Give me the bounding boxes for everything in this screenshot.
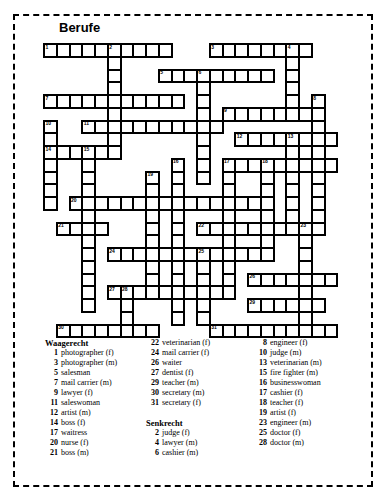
grid-cell[interactable] [44, 133, 57, 146]
blocked-cell [146, 133, 159, 146]
grid-cell[interactable] [312, 121, 325, 134]
grid-cell[interactable] [312, 325, 325, 338]
grid-cell[interactable] [235, 197, 248, 210]
grid-cell[interactable] [146, 286, 159, 299]
grid-cell[interactable] [133, 248, 146, 261]
grid-cell[interactable] [312, 133, 325, 146]
blocked-cell [82, 82, 95, 95]
grid-cell[interactable] [312, 299, 325, 312]
grid-cell[interactable] [146, 274, 159, 287]
blocked-cell [133, 235, 146, 248]
grid-cell[interactable] [172, 274, 185, 287]
grid-cell[interactable] [172, 95, 185, 108]
blocked-cell [184, 299, 197, 312]
grid-cell[interactable] [121, 325, 134, 338]
grid-cell[interactable] [223, 44, 236, 57]
grid-cell[interactable] [299, 312, 312, 325]
grid-cell[interactable] [325, 274, 338, 287]
grid-cell[interactable] [223, 223, 236, 236]
grid-cell[interactable] [82, 172, 95, 185]
grid-cell[interactable] [197, 146, 210, 159]
grid-cell[interactable] [82, 159, 95, 172]
grid-cell[interactable] [261, 210, 274, 223]
grid-cell[interactable] [95, 146, 108, 159]
blocked-cell [172, 133, 185, 146]
blocked-cell [261, 286, 274, 299]
grid-cell[interactable]: 29 [248, 299, 261, 312]
clue-text: dentist (f) [162, 368, 193, 378]
grid-cell[interactable] [82, 274, 95, 287]
blocked-cell [121, 261, 134, 274]
grid-cell[interactable] [261, 108, 274, 121]
grid-cell[interactable] [261, 184, 274, 197]
grid-cell[interactable] [312, 197, 325, 210]
grid-cell[interactable] [133, 286, 146, 299]
grid-cell[interactable] [312, 108, 325, 121]
grid-cell[interactable] [121, 248, 134, 261]
grid-cell[interactable] [146, 197, 159, 210]
blocked-cell [133, 172, 146, 185]
grid-cell[interactable] [312, 146, 325, 159]
grid-cell[interactable]: 27 [108, 286, 121, 299]
down-clue-19: 19artist (f) [254, 408, 364, 418]
grid-cell[interactable] [261, 248, 274, 261]
grid-cell[interactable] [274, 274, 287, 287]
cell-number: 27 [109, 287, 115, 292]
grid-cell[interactable] [146, 235, 159, 248]
grid-cell[interactable] [82, 223, 95, 236]
grid-cell[interactable] [223, 184, 236, 197]
grid-cell[interactable] [286, 325, 299, 338]
grid-cell[interactable] [274, 133, 287, 146]
grid-cell[interactable] [274, 299, 287, 312]
grid-cell[interactable]: 14 [44, 146, 57, 159]
grid-cell[interactable] [312, 172, 325, 185]
grid-cell[interactable]: 17 [223, 159, 236, 172]
blocked-cell [274, 286, 287, 299]
grid-cell[interactable] [299, 44, 312, 57]
grid-cell[interactable] [95, 121, 108, 134]
grid-cell[interactable] [44, 197, 57, 210]
grid-cell[interactable] [159, 95, 172, 108]
grid-cell[interactable] [299, 261, 312, 274]
grid-cell[interactable] [121, 299, 134, 312]
grid-cell[interactable] [248, 223, 261, 236]
blocked-cell [325, 95, 338, 108]
grid-cell[interactable]: 10 [44, 121, 57, 134]
grid-cell[interactable] [146, 95, 159, 108]
grid-cell[interactable] [274, 325, 287, 338]
grid-cell[interactable] [159, 44, 172, 57]
grid-cell[interactable] [82, 248, 95, 261]
grid-cell[interactable]: 18 [261, 159, 274, 172]
grid-cell[interactable] [197, 312, 210, 325]
grid-cell[interactable] [235, 108, 248, 121]
grid-cell[interactable] [146, 121, 159, 134]
grid-cell[interactable] [248, 325, 261, 338]
grid-cell[interactable] [261, 299, 274, 312]
grid-cell[interactable] [274, 108, 287, 121]
across-clue-20: 20nurse (f) [45, 438, 145, 448]
grid-cell[interactable] [223, 235, 236, 248]
grid-cell[interactable] [223, 248, 236, 261]
clue-number: 24 [146, 348, 159, 358]
grid-cell[interactable] [82, 44, 95, 57]
grid-cell[interactable] [95, 44, 108, 57]
grid-cell[interactable] [82, 286, 95, 299]
grid-cell[interactable] [312, 159, 325, 172]
cell-number: 13 [288, 134, 294, 139]
grid-cell[interactable] [121, 312, 134, 325]
grid-cell[interactable] [197, 121, 210, 134]
grid-cell[interactable]: 7 [44, 95, 57, 108]
grid-cell[interactable] [223, 286, 236, 299]
blocked-cell [108, 210, 121, 223]
blocked-cell [146, 312, 159, 325]
across-clue-21: 21boss (m) [45, 448, 145, 458]
grid-cell[interactable] [286, 172, 299, 185]
grid-cell[interactable] [82, 210, 95, 223]
grid-cell[interactable] [70, 146, 83, 159]
grid-cell[interactable] [223, 325, 236, 338]
blocked-cell [159, 235, 172, 248]
grid-cell[interactable] [286, 108, 299, 121]
grid-cell[interactable]: 31 [210, 325, 223, 338]
grid-cell[interactable] [172, 172, 185, 185]
clue-text: teacher (m) [162, 378, 199, 388]
grid-cell[interactable]: 25 [197, 248, 210, 261]
grid-cell[interactable] [286, 159, 299, 172]
grid-cell[interactable] [312, 274, 325, 287]
grid-cell[interactable] [261, 133, 274, 146]
blocked-cell [261, 146, 274, 159]
grid-cell[interactable] [223, 172, 236, 185]
grid-cell[interactable] [82, 184, 95, 197]
grid-cell[interactable] [223, 197, 236, 210]
grid-cell[interactable] [108, 121, 121, 134]
blocked-cell [197, 184, 210, 197]
grid-cell[interactable] [121, 95, 134, 108]
grid-cell[interactable] [197, 95, 210, 108]
grid-cell[interactable] [121, 121, 134, 134]
grid-cell[interactable] [261, 197, 274, 210]
grid-cell[interactable] [197, 286, 210, 299]
grid-cell[interactable] [210, 248, 223, 261]
blocked-cell [121, 82, 134, 95]
grid-cell[interactable] [82, 299, 95, 312]
grid-cell[interactable]: 26 [248, 274, 261, 287]
grid-cell[interactable] [210, 197, 223, 210]
grid-cell[interactable] [197, 299, 210, 312]
grid-cell[interactable] [95, 197, 108, 210]
grid-cell[interactable] [299, 325, 312, 338]
grid-cell[interactable] [197, 172, 210, 185]
grid-cell[interactable] [223, 274, 236, 287]
grid-cell[interactable] [133, 95, 146, 108]
grid-cell[interactable] [159, 286, 172, 299]
clue-text: doctor (f) [270, 428, 300, 438]
blocked-cell [274, 172, 287, 185]
grid-cell[interactable] [108, 82, 121, 95]
grid-cell[interactable] [261, 172, 274, 185]
grid-cell[interactable] [159, 121, 172, 134]
grid-cell[interactable] [57, 95, 70, 108]
grid-cell[interactable] [248, 159, 261, 172]
grid-cell[interactable]: 9 [223, 108, 236, 121]
grid-cell[interactable]: 24 [108, 248, 121, 261]
grid-cell[interactable] [274, 223, 287, 236]
blocked-cell [70, 57, 83, 70]
blocked-cell [261, 121, 274, 134]
grid-cell[interactable] [108, 95, 121, 108]
grid-cell[interactable] [261, 325, 274, 338]
grid-cell[interactable] [121, 197, 134, 210]
grid-cell[interactable] [299, 108, 312, 121]
grid-cell[interactable]: 6 [197, 70, 210, 83]
grid-cell[interactable]: 20 [70, 197, 83, 210]
grid-cell[interactable] [82, 197, 95, 210]
grid-cell[interactable] [197, 159, 210, 172]
grid-cell[interactable] [235, 159, 248, 172]
grid-cell[interactable]: 23 [299, 223, 312, 236]
grid-cell[interactable] [172, 197, 185, 210]
grid-cell[interactable] [299, 274, 312, 287]
grid-cell[interactable]: 12 [235, 133, 248, 146]
grid-cell[interactable] [57, 146, 70, 159]
grid-cell[interactable] [312, 223, 325, 236]
blocked-cell [57, 82, 70, 95]
grid-cell[interactable] [197, 274, 210, 287]
grid-cell[interactable] [172, 121, 185, 134]
grid-cell[interactable] [286, 70, 299, 83]
grid-cell[interactable] [197, 133, 210, 146]
grid-cell[interactable] [223, 261, 236, 274]
grid-cell[interactable] [82, 261, 95, 274]
blocked-cell [299, 95, 312, 108]
grid-cell[interactable] [325, 325, 338, 338]
grid-cell[interactable] [184, 121, 197, 134]
grid-cell[interactable] [108, 325, 121, 338]
grid-cell[interactable] [44, 159, 57, 172]
grid-cell[interactable] [286, 197, 299, 210]
grid-cell[interactable] [146, 248, 159, 261]
clue-text: mail carrier (f) [162, 348, 209, 358]
grid-cell[interactable] [248, 108, 261, 121]
blocked-cell [108, 274, 121, 287]
grid-cell[interactable] [44, 172, 57, 185]
grid-cell[interactable] [248, 70, 261, 83]
grid-cell[interactable] [184, 286, 197, 299]
grid-cell[interactable] [108, 70, 121, 83]
grid-cell[interactable]: 16 [172, 159, 185, 172]
grid-cell[interactable] [286, 210, 299, 223]
grid-cell[interactable] [235, 223, 248, 236]
grid-cell[interactable] [235, 248, 248, 261]
grid-cell[interactable]: 4 [286, 44, 299, 57]
grid-cell[interactable] [95, 223, 108, 236]
grid-cell[interactable] [159, 248, 172, 261]
grid-cell[interactable] [172, 299, 185, 312]
grid-cell[interactable] [235, 44, 248, 57]
blocked-cell [325, 299, 338, 312]
blocked-cell [44, 248, 57, 261]
grid-cell[interactable] [172, 312, 185, 325]
grid-cell[interactable] [210, 70, 223, 83]
grid-cell[interactable] [197, 197, 210, 210]
grid-cell[interactable] [286, 82, 299, 95]
grid-cell[interactable] [235, 70, 248, 83]
grid-cell[interactable] [133, 197, 146, 210]
grid-cell[interactable] [261, 223, 274, 236]
grid-cell[interactable] [286, 299, 299, 312]
grid-cell[interactable] [197, 261, 210, 274]
grid-cell[interactable] [286, 57, 299, 70]
grid-cell[interactable] [210, 286, 223, 299]
grid-cell[interactable] [172, 261, 185, 274]
grid-cell[interactable]: 3 [210, 44, 223, 57]
clue-number: 29 [146, 378, 159, 388]
grid-cell[interactable] [197, 82, 210, 95]
grid-cell[interactable] [121, 44, 134, 57]
grid-cell[interactable] [44, 184, 57, 197]
blocked-cell [261, 82, 274, 95]
grid-cell[interactable] [261, 235, 274, 248]
grid-cell[interactable] [146, 210, 159, 223]
grid-cell[interactable]: 19 [146, 172, 159, 185]
grid-cell[interactable] [325, 159, 338, 172]
grid-cell[interactable] [133, 325, 146, 338]
grid-cell[interactable] [70, 44, 83, 57]
grid-cell[interactable] [274, 44, 287, 57]
grid-cell[interactable] [286, 223, 299, 236]
grid-cell[interactable] [70, 95, 83, 108]
grid-cell[interactable] [286, 274, 299, 287]
blocked-cell [57, 261, 70, 274]
grid-cell[interactable] [248, 44, 261, 57]
grid-cell[interactable] [248, 248, 261, 261]
grid-cell[interactable] [286, 146, 299, 159]
grid-cell[interactable] [108, 108, 121, 121]
grid-cell[interactable] [184, 70, 197, 83]
down-clue-25: 25doctor (f) [254, 428, 364, 438]
grid-cell[interactable] [210, 121, 223, 134]
blocked-cell [325, 248, 338, 261]
grid-cell[interactable]: 5 [159, 70, 172, 83]
grid-cell[interactable] [299, 159, 312, 172]
blocked-cell [44, 210, 57, 223]
blocked-cell [159, 146, 172, 159]
grid-cell[interactable] [248, 197, 261, 210]
grid-cell[interactable] [146, 184, 159, 197]
grid-cell[interactable] [146, 325, 159, 338]
grid-cell[interactable] [95, 95, 108, 108]
grid-cell[interactable] [261, 70, 274, 83]
grid-cell[interactable] [70, 223, 83, 236]
grid-cell[interactable] [286, 184, 299, 197]
grid-cell[interactable] [146, 223, 159, 236]
grid-cell[interactable]: 15 [82, 146, 95, 159]
grid-cell[interactable] [286, 95, 299, 108]
blocked-cell [325, 210, 338, 223]
grid-cell[interactable]: 13 [286, 133, 299, 146]
grid-cell[interactable] [172, 286, 185, 299]
grid-cell[interactable] [57, 44, 70, 57]
grid-cell[interactable] [70, 325, 83, 338]
grid-cell[interactable] [235, 325, 248, 338]
blocked-cell [70, 235, 83, 248]
grid-cell[interactable] [261, 274, 274, 287]
grid-cell[interactable] [197, 108, 210, 121]
grid-cell[interactable] [108, 146, 121, 159]
grid-cell[interactable] [108, 133, 121, 146]
blocked-cell [121, 108, 134, 121]
blocked-cell [248, 235, 261, 248]
grid-cell[interactable]: 22 [197, 223, 210, 236]
clue-number: 15 [254, 368, 267, 378]
blocked-cell [325, 121, 338, 134]
grid-cell[interactable] [172, 235, 185, 248]
grid-cell[interactable] [223, 70, 236, 83]
grid-cell[interactable]: 1 [44, 44, 57, 57]
grid-cell[interactable] [299, 133, 312, 146]
grid-cell[interactable] [82, 235, 95, 248]
grid-cell[interactable] [108, 57, 121, 70]
grid-cell[interactable] [159, 197, 172, 210]
grid-cell[interactable] [95, 325, 108, 338]
grid-cell[interactable] [172, 70, 185, 83]
blocked-cell [159, 108, 172, 121]
across-clue-26: 26waiter [146, 358, 252, 368]
grid-cell[interactable] [248, 133, 261, 146]
grid-cell[interactable] [172, 248, 185, 261]
grid-cell[interactable] [184, 197, 197, 210]
grid-cell[interactable] [146, 44, 159, 57]
grid-cell[interactable] [82, 325, 95, 338]
grid-cell[interactable] [146, 261, 159, 274]
clue-number: 6 [146, 448, 159, 458]
grid-cell[interactable] [172, 210, 185, 223]
grid-cell[interactable] [172, 223, 185, 236]
grid-cell[interactable]: 2 [108, 44, 121, 57]
blocked-cell [184, 210, 197, 223]
grid-cell[interactable] [172, 184, 185, 197]
grid-cell[interactable] [261, 44, 274, 57]
grid-cell[interactable] [312, 210, 325, 223]
grid-cell[interactable] [299, 235, 312, 248]
grid-cell[interactable] [133, 121, 146, 134]
grid-cell[interactable]: 11 [82, 121, 95, 134]
grid-cell[interactable]: 30 [57, 325, 70, 338]
grid-cell[interactable] [82, 95, 95, 108]
grid-cell[interactable] [184, 248, 197, 261]
grid-cell[interactable] [274, 159, 287, 172]
grid-cell[interactable]: 28 [121, 286, 134, 299]
grid-cell[interactable] [133, 44, 146, 57]
grid-cell[interactable] [210, 223, 223, 236]
grid-cell[interactable] [299, 248, 312, 261]
grid-cell[interactable] [299, 299, 312, 312]
grid-cell[interactable] [299, 286, 312, 299]
grid-cell[interactable]: 21 [57, 223, 70, 236]
grid-cell[interactable]: 8 [312, 95, 325, 108]
clue-text: artist (m) [61, 408, 91, 418]
blocked-cell [159, 312, 172, 325]
grid-cell[interactable] [325, 133, 338, 146]
grid-cell[interactable] [223, 210, 236, 223]
grid-cell[interactable] [108, 197, 121, 210]
grid-cell[interactable] [312, 184, 325, 197]
down-clue-2: 2judge (f) [146, 428, 252, 438]
